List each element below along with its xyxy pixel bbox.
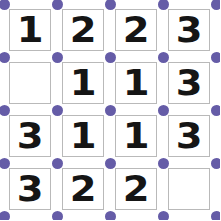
clue-text: 1 [17,13,44,48]
clue-text: 1 [123,66,150,101]
cell-r2c4[interactable]: 3 [168,62,210,104]
cell-r4c3[interactable]: 2 [115,168,157,210]
cell-r1c3[interactable]: 2 [115,9,157,51]
cell-r3c3[interactable]: 1 [115,115,157,157]
clue-text: 3 [17,172,44,207]
cell-r2c2[interactable]: 1 [62,62,104,104]
grid-dot [52,211,63,221]
clue-text: 2 [123,172,150,207]
cell-r1c1[interactable]: 1 [9,9,51,51]
grid-dot [211,105,221,116]
cell-r4c2[interactable]: 2 [62,168,104,210]
clue-text: 2 [123,13,150,48]
clue-text: 1 [123,119,150,154]
clue-text: 3 [176,13,203,48]
clue-text: 3 [176,66,203,101]
grid-dot [211,158,221,169]
grid-dot [0,211,10,221]
cell-r1c4[interactable]: 3 [168,9,210,51]
cell-r3c2[interactable]: 1 [62,115,104,157]
clue-text: 3 [17,119,44,154]
grid-dot [105,211,116,221]
slitherlink-board[interactable]: 12231133113322 [0,0,220,220]
cell-r4c4[interactable] [168,168,210,210]
grid-dot [158,211,169,221]
cell-r3c1[interactable]: 3 [9,115,51,157]
grid-dot [211,52,221,63]
clue-text: 1 [70,66,97,101]
clue-text: 2 [70,13,97,48]
grid-dot [211,0,221,10]
grid-dot [211,211,221,221]
cell-r2c1[interactable] [9,62,51,104]
cell-r4c1[interactable]: 3 [9,168,51,210]
clue-text: 2 [70,172,97,207]
cell-r3c4[interactable]: 3 [168,115,210,157]
clue-text: 1 [70,119,97,154]
cell-layer: 12231133113322 [9,9,210,210]
cell-r2c3[interactable]: 1 [115,62,157,104]
cell-r1c2[interactable]: 2 [62,9,104,51]
clue-text: 3 [176,119,203,154]
